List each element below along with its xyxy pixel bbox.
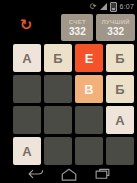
board-cell: [13, 75, 41, 103]
tile: А: [13, 137, 41, 165]
tile: А: [106, 106, 134, 134]
best-value: 332: [107, 26, 124, 37]
sync-icon: ⟳: [90, 3, 97, 11]
status-bar: ⟳ 6:07: [0, 0, 137, 13]
board-cell: [44, 106, 72, 134]
tile: А: [13, 44, 41, 72]
score-box-current: СЧЕТ 332: [61, 14, 93, 41]
tile: Б: [44, 44, 72, 72]
score-box-best: ЛУЧШИЙ 332: [96, 14, 135, 41]
board-cell: [44, 137, 72, 165]
board-cell: [75, 106, 103, 134]
screen: ⟳ 6:07 ↻ СЧЕТ 332 ЛУЧШИЙ 332 АБЕБВБАА: [0, 0, 137, 183]
home-icon[interactable]: [60, 168, 78, 181]
signal-icon: [100, 3, 107, 10]
game-board[interactable]: АБЕБВБАА: [13, 44, 134, 165]
status-time: 6:07: [120, 3, 134, 10]
best-label: ЛУЧШИЙ: [101, 19, 130, 26]
tile: Б: [106, 75, 134, 103]
back-icon[interactable]: [27, 168, 44, 180]
tile: В: [75, 75, 103, 103]
tile: Е: [75, 44, 103, 72]
score-label: СЧЕТ: [69, 19, 86, 26]
battery-icon: [110, 2, 117, 12]
nav-bar: [0, 165, 137, 183]
board-cell: [106, 137, 134, 165]
board-cell: [13, 106, 41, 134]
score-panel: СЧЕТ 332 ЛУЧШИЙ 332: [61, 14, 135, 41]
board-cell: [44, 75, 72, 103]
restart-button[interactable]: ↻: [16, 15, 36, 35]
game-header: ↻ СЧЕТ 332 ЛУЧШИЙ 332: [0, 13, 137, 44]
recents-icon[interactable]: [94, 168, 111, 180]
tile: Б: [106, 44, 134, 72]
board-cell: [75, 137, 103, 165]
score-value: 332: [69, 26, 86, 37]
